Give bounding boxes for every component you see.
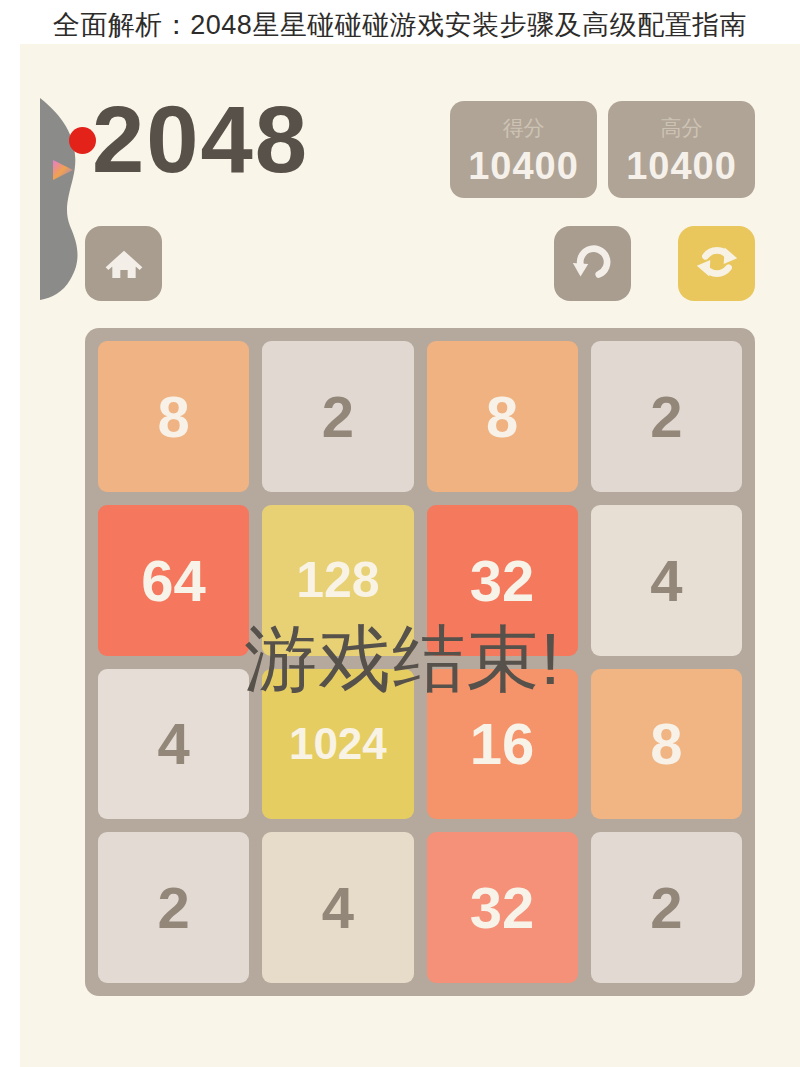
page: 全面解析：2048星星碰碰碰游戏安装步骤及高级配置指南 2048 得分 1040… — [0, 0, 800, 1067]
tile-8: 8 — [427, 341, 578, 492]
logo-red-dot — [69, 127, 96, 154]
home-icon — [98, 240, 150, 287]
refresh-icon — [693, 238, 741, 289]
home-button[interactable] — [85, 226, 162, 301]
tile-2: 2 — [591, 341, 742, 492]
article-title: 全面解析：2048星星碰碰碰游戏安装步骤及高级配置指南 — [0, 7, 800, 43]
tile-2: 2 — [591, 832, 742, 983]
tile-2: 2 — [98, 832, 249, 983]
best-score-value: 10400 — [608, 145, 755, 188]
tile-2: 2 — [262, 341, 413, 492]
tile-4: 4 — [262, 832, 413, 983]
undo-icon — [569, 238, 617, 289]
best-score-label: 高分 — [608, 114, 755, 142]
score-value: 10400 — [450, 145, 597, 188]
game-logo: 2048 — [92, 88, 309, 191]
tile-8: 8 — [98, 341, 249, 492]
best-score-box: 高分 10400 — [608, 101, 755, 198]
game-screen: 2048 得分 10400 高分 10400 — [20, 44, 800, 1067]
score-box: 得分 10400 — [450, 101, 597, 198]
refresh-button[interactable] — [678, 226, 755, 301]
undo-button[interactable] — [554, 226, 631, 301]
tile-32: 32 — [427, 832, 578, 983]
score-label: 得分 — [450, 114, 597, 142]
game-over-banner: 游戏结束! — [20, 615, 786, 703]
